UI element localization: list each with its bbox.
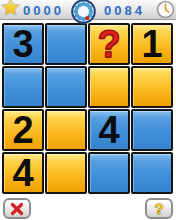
cell-r2c3[interactable] [88, 66, 130, 108]
cell-r1c3[interactable]: ? [88, 23, 130, 65]
cell-r3c1[interactable]: 2 [2, 109, 44, 151]
clock-icon [156, 0, 175, 19]
cell-r1c4[interactable]: 1 [131, 23, 173, 65]
help-button[interactable]: ? [145, 198, 173, 219]
cell-r3c3[interactable]: 4 [88, 109, 130, 151]
star-icon [1, 0, 20, 17]
status-bar: 0000 0084 [0, 0, 176, 20]
close-button[interactable] [3, 198, 31, 219]
cell-r2c4[interactable] [131, 66, 173, 108]
cell-r4c2[interactable] [45, 152, 87, 194]
cell-r4c3[interactable] [88, 152, 130, 194]
cell-r4c4[interactable] [131, 152, 173, 194]
cell-r1c1[interactable]: 3 [2, 23, 44, 65]
progress-wheel-icon [71, 0, 96, 24]
cell-r3c4[interactable] [131, 109, 173, 151]
cell-r3c2[interactable] [45, 109, 87, 151]
svg-text:?: ? [154, 201, 163, 217]
puzzle-board: 3 ? 1 2 4 4 [2, 23, 173, 194]
time-display: 0084 [104, 0, 145, 20]
help-question-icon: ? [152, 201, 166, 217]
cell-r1c2[interactable] [45, 23, 87, 65]
cell-r2c2[interactable] [45, 66, 87, 108]
cell-r4c1[interactable]: 4 [2, 152, 44, 194]
close-x-icon [10, 202, 24, 216]
cell-r2c1[interactable] [2, 66, 44, 108]
score-display: 0000 [23, 0, 64, 20]
game-screen: 0000 0084 3 ? 1 2 4 4 [0, 0, 176, 220]
